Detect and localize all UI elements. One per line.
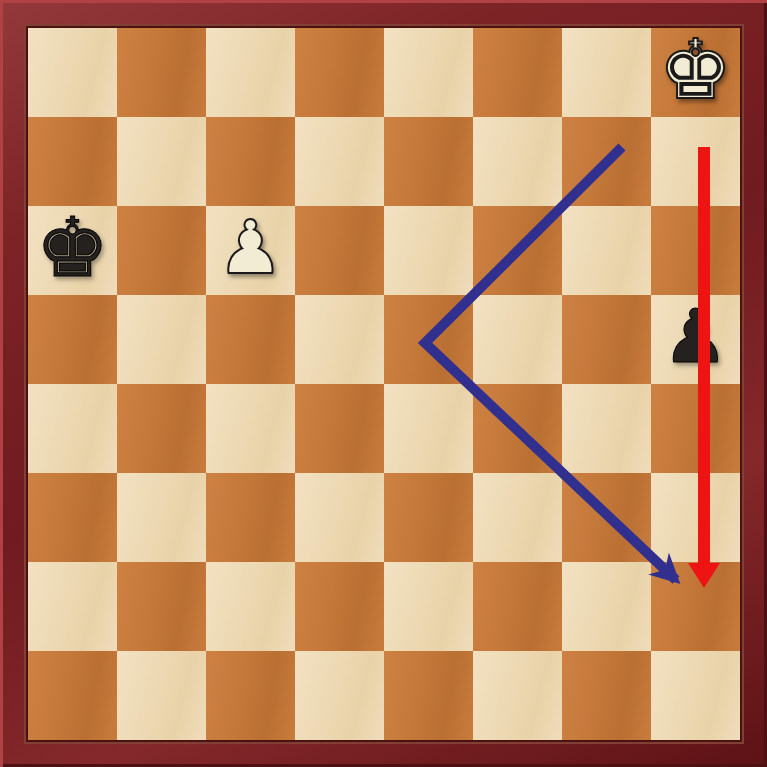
square-e8 bbox=[384, 28, 473, 117]
square-c7 bbox=[206, 117, 295, 206]
square-d4 bbox=[295, 384, 384, 473]
square-c8 bbox=[206, 28, 295, 117]
square-d1 bbox=[295, 651, 384, 740]
chess-board: ♚♚♟♟ bbox=[28, 28, 740, 740]
square-f6 bbox=[473, 206, 562, 295]
square-h8: ♚ bbox=[651, 28, 740, 117]
square-c1 bbox=[206, 651, 295, 740]
square-e6 bbox=[384, 206, 473, 295]
square-b3 bbox=[117, 473, 206, 562]
square-a7 bbox=[28, 117, 117, 206]
square-g4 bbox=[562, 384, 651, 473]
square-d3 bbox=[295, 473, 384, 562]
square-a3 bbox=[28, 473, 117, 562]
square-h2 bbox=[651, 562, 740, 651]
square-h6 bbox=[651, 206, 740, 295]
square-a4 bbox=[28, 384, 117, 473]
square-g7 bbox=[562, 117, 651, 206]
square-h3 bbox=[651, 473, 740, 562]
square-b1 bbox=[117, 651, 206, 740]
square-f8 bbox=[473, 28, 562, 117]
square-d5 bbox=[295, 295, 384, 384]
square-g2 bbox=[562, 562, 651, 651]
square-g6 bbox=[562, 206, 651, 295]
square-b2 bbox=[117, 562, 206, 651]
square-a8 bbox=[28, 28, 117, 117]
square-f4 bbox=[473, 384, 562, 473]
square-b4 bbox=[117, 384, 206, 473]
square-g8 bbox=[562, 28, 651, 117]
square-g5 bbox=[562, 295, 651, 384]
square-h1 bbox=[651, 651, 740, 740]
square-d7 bbox=[295, 117, 384, 206]
square-a1 bbox=[28, 651, 117, 740]
square-h5: ♟ bbox=[651, 295, 740, 384]
square-e4 bbox=[384, 384, 473, 473]
square-f3 bbox=[473, 473, 562, 562]
square-f7 bbox=[473, 117, 562, 206]
black-pawn: ♟ bbox=[651, 292, 740, 381]
square-c5 bbox=[206, 295, 295, 384]
board-frame: ♚♚♟♟ bbox=[0, 0, 767, 767]
square-f5 bbox=[473, 295, 562, 384]
square-h4 bbox=[651, 384, 740, 473]
square-c6: ♟ bbox=[206, 206, 295, 295]
square-g1 bbox=[562, 651, 651, 740]
square-e1 bbox=[384, 651, 473, 740]
square-a2 bbox=[28, 562, 117, 651]
square-d6 bbox=[295, 206, 384, 295]
square-f1 bbox=[473, 651, 562, 740]
white-king: ♚ bbox=[651, 25, 740, 114]
square-d2 bbox=[295, 562, 384, 651]
square-e2 bbox=[384, 562, 473, 651]
square-g3 bbox=[562, 473, 651, 562]
square-c2 bbox=[206, 562, 295, 651]
square-a6: ♚ bbox=[28, 206, 117, 295]
black-king: ♚ bbox=[28, 203, 117, 292]
square-c4 bbox=[206, 384, 295, 473]
square-a5 bbox=[28, 295, 117, 384]
square-h7 bbox=[651, 117, 740, 206]
white-pawn: ♟ bbox=[206, 203, 295, 292]
square-c3 bbox=[206, 473, 295, 562]
square-f2 bbox=[473, 562, 562, 651]
square-e7 bbox=[384, 117, 473, 206]
square-b5 bbox=[117, 295, 206, 384]
square-e5 bbox=[384, 295, 473, 384]
square-d8 bbox=[295, 28, 384, 117]
square-b8 bbox=[117, 28, 206, 117]
square-b6 bbox=[117, 206, 206, 295]
square-b7 bbox=[117, 117, 206, 206]
square-e3 bbox=[384, 473, 473, 562]
